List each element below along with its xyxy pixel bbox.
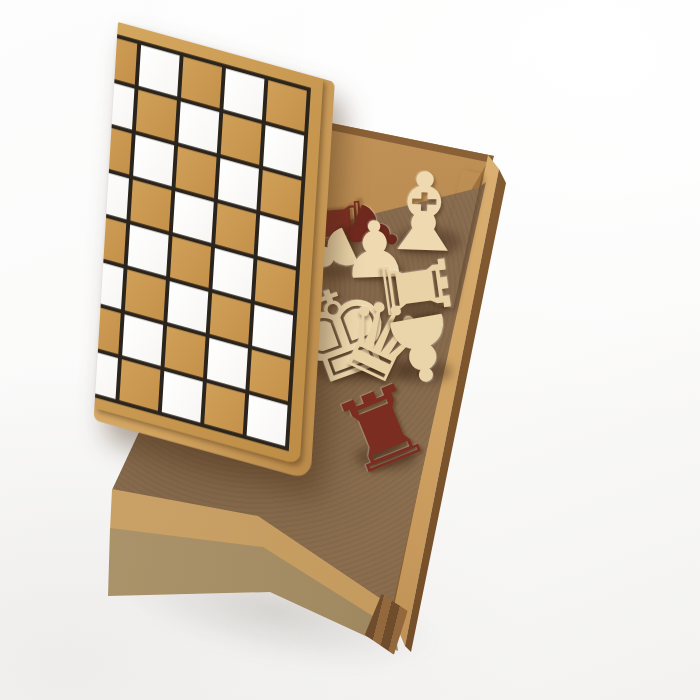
board-square (165, 326, 206, 378)
board-square (247, 395, 288, 447)
board-square (223, 69, 264, 121)
board-square (94, 348, 118, 400)
board-square (212, 248, 253, 300)
board-square (252, 305, 293, 357)
board-square (258, 215, 299, 267)
board-square (204, 383, 245, 435)
board-square (133, 135, 174, 187)
board-lid (94, 22, 335, 480)
board-square (162, 371, 203, 423)
board-square (128, 225, 169, 277)
board-square (170, 236, 211, 288)
board-square (181, 57, 222, 109)
board-square (218, 158, 259, 210)
board-square (139, 45, 180, 97)
board-square (266, 80, 307, 132)
board-square (136, 90, 177, 142)
board-square (207, 338, 248, 390)
board-square (210, 293, 251, 345)
board-square (178, 102, 219, 154)
board-square (130, 180, 171, 232)
board-square (167, 281, 208, 333)
board-square (221, 113, 262, 165)
board-face (94, 22, 323, 465)
board-square (263, 125, 304, 177)
board-square (173, 191, 214, 243)
photo-scene: ♜♟♟♟♝♜♚♛♟♜ (0, 0, 700, 700)
board-square (255, 260, 296, 312)
board-square (215, 203, 256, 255)
board-square (176, 147, 217, 199)
board-square (260, 170, 301, 222)
board-square (125, 270, 166, 322)
board-square (119, 359, 160, 411)
board-square (122, 314, 163, 366)
checkerboard-grid (94, 28, 311, 451)
board-square (249, 350, 290, 402)
